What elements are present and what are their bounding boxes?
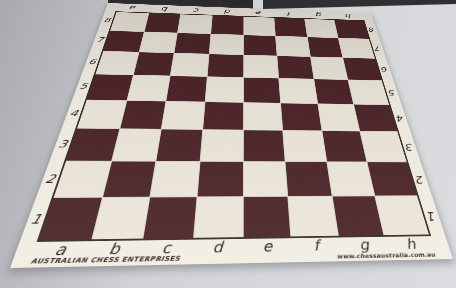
square-g5[interactable] xyxy=(314,79,353,104)
square-b4[interactable] xyxy=(120,101,166,129)
square-g8[interactable] xyxy=(305,19,338,38)
square-a6[interactable] xyxy=(96,51,139,74)
square-b2[interactable] xyxy=(103,161,156,197)
chess-mat: 87654321 87654321 abcdefgh abcdefgh AUST… xyxy=(10,3,453,268)
square-f8[interactable] xyxy=(274,18,306,37)
square-c4[interactable] xyxy=(162,101,205,129)
square-h6[interactable] xyxy=(343,58,381,80)
square-f3[interactable] xyxy=(283,131,326,162)
square-e3[interactable] xyxy=(243,130,284,161)
square-d7[interactable] xyxy=(209,34,243,55)
square-e4[interactable] xyxy=(243,102,282,130)
square-g6[interactable] xyxy=(311,57,348,79)
square-h7[interactable] xyxy=(339,38,375,58)
square-h5[interactable] xyxy=(349,80,389,104)
square-a3[interactable] xyxy=(66,129,119,161)
square-d5[interactable] xyxy=(205,77,242,102)
square-c2[interactable] xyxy=(151,161,200,197)
square-c5[interactable] xyxy=(167,76,207,101)
square-e1[interactable] xyxy=(243,197,290,237)
square-f7[interactable] xyxy=(276,36,310,57)
square-h8[interactable] xyxy=(335,20,369,39)
square-g7[interactable] xyxy=(308,37,343,57)
square-e8[interactable] xyxy=(244,17,275,36)
file-label-top-c: c xyxy=(180,6,212,15)
square-e2[interactable] xyxy=(243,162,287,197)
square-g3[interactable] xyxy=(322,131,366,161)
square-d1[interactable] xyxy=(194,197,242,238)
file-label-top-e: e xyxy=(243,8,274,17)
square-c1[interactable] xyxy=(144,198,197,239)
square-g4[interactable] xyxy=(318,104,360,131)
file-label-bottom-f: f xyxy=(291,237,341,254)
file-label-top-d: d xyxy=(212,7,243,16)
square-b1[interactable] xyxy=(92,198,149,240)
square-e5[interactable] xyxy=(244,78,281,103)
square-c6[interactable] xyxy=(171,53,209,76)
square-f2[interactable] xyxy=(286,162,332,196)
square-b3[interactable] xyxy=(112,129,161,161)
square-b8[interactable] xyxy=(144,13,180,32)
square-d4[interactable] xyxy=(203,102,243,130)
square-c8[interactable] xyxy=(178,14,212,33)
file-label-top-h: h xyxy=(333,12,364,21)
square-b5[interactable] xyxy=(127,75,170,100)
square-e6[interactable] xyxy=(244,55,279,78)
square-e7[interactable] xyxy=(244,35,277,56)
square-f6[interactable] xyxy=(277,56,313,79)
square-b6[interactable] xyxy=(134,52,174,75)
file-label-top-a: a xyxy=(115,3,150,12)
square-d6[interactable] xyxy=(208,54,243,77)
square-a4[interactable] xyxy=(77,100,126,129)
file-label-bottom-d: d xyxy=(192,239,243,257)
square-f5[interactable] xyxy=(279,78,317,103)
square-f1[interactable] xyxy=(288,197,337,237)
website-text: www.chessaustralia.com.au xyxy=(336,251,436,260)
file-label-top-b: b xyxy=(148,5,182,14)
square-d8[interactable] xyxy=(211,16,243,35)
square-c7[interactable] xyxy=(175,33,211,54)
square-f4[interactable] xyxy=(281,103,321,130)
square-d2[interactable] xyxy=(197,162,242,197)
square-c3[interactable] xyxy=(157,130,203,161)
file-label-bottom-e: e xyxy=(243,238,293,255)
square-g1[interactable] xyxy=(332,197,383,236)
file-label-top-f: f xyxy=(274,9,305,18)
manufacturer-text: AUSTRALIAN CHESS ENTERPRISES xyxy=(30,255,181,266)
square-a7[interactable] xyxy=(103,31,143,52)
square-a8[interactable] xyxy=(110,12,148,31)
background-dark-object-right xyxy=(263,0,456,9)
square-d3[interactable] xyxy=(200,130,242,161)
file-label-top-g: g xyxy=(304,10,335,19)
square-g2[interactable] xyxy=(327,162,375,196)
square-b7[interactable] xyxy=(139,32,177,53)
square-a5[interactable] xyxy=(87,74,133,100)
photo-scene: 87654321 87654321 abcdefgh abcdefgh AUST… xyxy=(0,0,456,288)
